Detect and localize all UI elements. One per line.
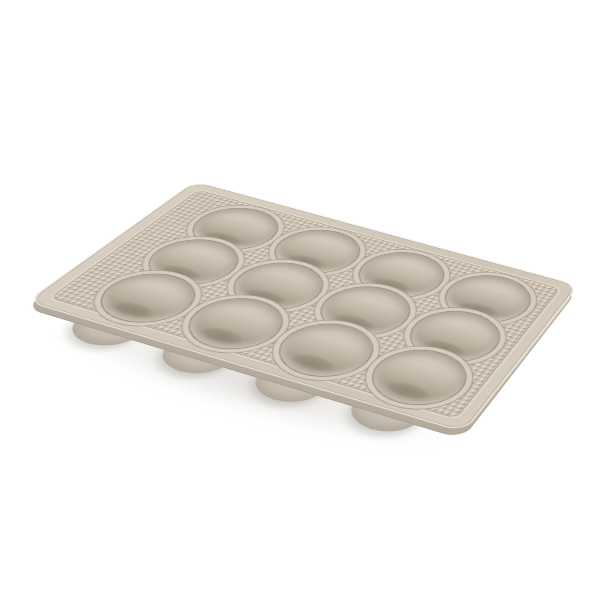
muffin-cups bbox=[195, 183, 575, 286]
product-photo bbox=[0, 0, 600, 600]
muffin-pan bbox=[30, 182, 575, 429]
